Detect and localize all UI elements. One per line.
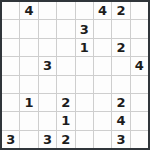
empty-cell-r5c7[interactable] — [112, 76, 129, 93]
empty-cell-r3c8[interactable] — [131, 39, 148, 56]
empty-cell-r8c5[interactable] — [76, 131, 93, 148]
empty-cell-r5c5[interactable] — [76, 76, 93, 93]
empty-cell-r4c4[interactable] — [57, 57, 74, 74]
clue-cell-r6c7: 2 — [112, 94, 129, 111]
empty-cell-r6c1[interactable] — [2, 94, 19, 111]
empty-cell-r2c7[interactable] — [112, 20, 129, 37]
empty-cell-r7c2[interactable] — [20, 112, 37, 129]
empty-cell-r8c6[interactable] — [94, 131, 111, 148]
empty-cell-r6c6[interactable] — [94, 94, 111, 111]
empty-cell-r4c2[interactable] — [20, 57, 37, 74]
clue-cell-r8c3: 3 — [39, 131, 56, 148]
empty-cell-r5c2[interactable] — [20, 76, 37, 93]
empty-cell-r1c3[interactable] — [39, 2, 56, 19]
empty-cell-r7c6[interactable] — [94, 112, 111, 129]
empty-cell-r4c7[interactable] — [112, 57, 129, 74]
empty-cell-r1c8[interactable] — [131, 2, 148, 19]
empty-cell-r2c1[interactable] — [2, 20, 19, 37]
clue-cell-r7c7: 4 — [112, 112, 129, 129]
empty-cell-r3c3[interactable] — [39, 39, 56, 56]
empty-cell-r6c5[interactable] — [76, 94, 93, 111]
clue-cell-r1c6: 4 — [94, 2, 111, 19]
empty-cell-r6c8[interactable] — [131, 94, 148, 111]
empty-cell-r2c6[interactable] — [94, 20, 111, 37]
clue-cell-r3c5: 1 — [76, 39, 93, 56]
clue-cell-r8c1: 3 — [2, 131, 19, 148]
clue-cell-r1c2: 4 — [20, 2, 37, 19]
clue-cell-r6c2: 1 — [20, 94, 37, 111]
empty-cell-r3c2[interactable] — [20, 39, 37, 56]
clue-cell-r8c4: 2 — [57, 131, 74, 148]
empty-cell-r7c5[interactable] — [76, 112, 93, 129]
clue-cell-r4c3: 3 — [39, 57, 56, 74]
empty-cell-r4c1[interactable] — [2, 57, 19, 74]
clue-cell-r8c7: 3 — [112, 131, 129, 148]
puzzle-board: 44231234122143323 — [0, 0, 150, 150]
clue-cell-r7c4: 1 — [57, 112, 74, 129]
empty-cell-r8c2[interactable] — [20, 131, 37, 148]
empty-cell-r6c3[interactable] — [39, 94, 56, 111]
empty-cell-r4c5[interactable] — [76, 57, 93, 74]
empty-cell-r7c3[interactable] — [39, 112, 56, 129]
empty-cell-r5c8[interactable] — [131, 76, 148, 93]
empty-cell-r3c4[interactable] — [57, 39, 74, 56]
empty-cell-r2c8[interactable] — [131, 20, 148, 37]
empty-cell-r1c1[interactable] — [2, 2, 19, 19]
empty-cell-r5c4[interactable] — [57, 76, 74, 93]
clue-cell-r3c7: 2 — [112, 39, 129, 56]
clue-cell-r6c4: 2 — [57, 94, 74, 111]
clue-cell-r2c5: 3 — [76, 20, 93, 37]
empty-cell-r3c6[interactable] — [94, 39, 111, 56]
empty-cell-r4c6[interactable] — [94, 57, 111, 74]
empty-cell-r3c1[interactable] — [2, 39, 19, 56]
empty-cell-r5c6[interactable] — [94, 76, 111, 93]
empty-cell-r2c4[interactable] — [57, 20, 74, 37]
empty-cell-r2c2[interactable] — [20, 20, 37, 37]
clue-cell-r1c7: 2 — [112, 2, 129, 19]
empty-cell-r7c1[interactable] — [2, 112, 19, 129]
empty-cell-r1c4[interactable] — [57, 2, 74, 19]
empty-cell-r2c3[interactable] — [39, 20, 56, 37]
empty-cell-r7c8[interactable] — [131, 112, 148, 129]
clue-cell-r4c8: 4 — [131, 57, 148, 74]
empty-cell-r8c8[interactable] — [131, 131, 148, 148]
empty-cell-r5c3[interactable] — [39, 76, 56, 93]
empty-cell-r1c5[interactable] — [76, 2, 93, 19]
empty-cell-r5c1[interactable] — [2, 76, 19, 93]
